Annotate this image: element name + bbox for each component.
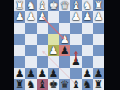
- square-b1[interactable]: ♞: [82, 0, 93, 11]
- piece-white-p-e5[interactable]: ♟: [49, 45, 58, 56]
- square-h6[interactable]: [14, 56, 25, 67]
- square-g7[interactable]: ♟: [25, 68, 36, 79]
- square-a7[interactable]: ♟: [93, 68, 104, 79]
- piece-black-b-f8[interactable]: ♝: [37, 78, 46, 89]
- square-c1[interactable]: ♝: [70, 0, 81, 11]
- piece-black-p-e7[interactable]: ♟: [49, 67, 58, 78]
- square-g6[interactable]: [25, 56, 36, 67]
- piece-white-p-f2[interactable]: ♟: [37, 11, 46, 22]
- piece-black-p-f7[interactable]: ♟: [37, 67, 46, 78]
- square-f2[interactable]: ♟: [37, 11, 48, 22]
- square-f6[interactable]: [37, 56, 48, 67]
- square-g5[interactable]: [25, 45, 36, 56]
- square-c3[interactable]: [70, 23, 81, 34]
- piece-black-n-b8[interactable]: ♞: [82, 78, 91, 89]
- square-d1[interactable]: ♛: [59, 0, 70, 11]
- square-d3[interactable]: [59, 23, 70, 34]
- piece-white-p-a2[interactable]: ♟: [94, 11, 103, 22]
- square-f5[interactable]: [37, 45, 48, 56]
- square-h8[interactable]: ♜: [14, 79, 25, 90]
- square-a6[interactable]: [93, 56, 104, 67]
- square-b8[interactable]: ♞: [82, 79, 93, 90]
- square-b4[interactable]: [82, 34, 93, 45]
- square-g8[interactable]: ♞: [25, 79, 36, 90]
- piece-white-b-f1[interactable]: ♝: [37, 0, 46, 11]
- square-e3[interactable]: [48, 23, 59, 34]
- piece-black-n-g8[interactable]: ♞: [26, 78, 35, 89]
- square-f8[interactable]: ♝: [37, 79, 48, 90]
- chess-board[interactable]: ♜♞♝♚♛♝♞♜♟♟♟♟♟♟♟♟♟♟♟♟♟♟♟♟♜♞♝♚♛♝♞♜: [14, 0, 104, 90]
- piece-white-p-b2[interactable]: ♟: [82, 11, 91, 22]
- square-a2[interactable]: ♟: [93, 11, 104, 22]
- square-e6[interactable]: [48, 56, 59, 67]
- square-g3[interactable]: [25, 23, 36, 34]
- square-g4[interactable]: [25, 34, 36, 45]
- square-d8[interactable]: ♛: [59, 79, 70, 90]
- app-screen: ♜♞♝♚♛♝♞♜♟♟♟♟♟♟♟♟♟♟♟♟♟♟♟♟♜♞♝♚♛♝♞♜: [0, 0, 120, 90]
- square-f7[interactable]: ♟: [37, 68, 48, 79]
- piece-white-b-c1[interactable]: ♝: [71, 0, 80, 11]
- piece-white-r-h1[interactable]: ♜: [15, 0, 24, 11]
- piece-white-r-a1[interactable]: ♜: [94, 0, 103, 11]
- square-d4[interactable]: ♟: [59, 34, 70, 45]
- piece-white-n-g1[interactable]: ♞: [26, 0, 35, 11]
- square-c2[interactable]: ♟: [70, 11, 81, 22]
- square-a8[interactable]: ♜: [93, 79, 104, 90]
- piece-white-n-b1[interactable]: ♞: [82, 0, 91, 11]
- piece-white-k-e1[interactable]: ♚: [49, 0, 58, 11]
- piece-white-p-g2[interactable]: ♟: [26, 11, 35, 22]
- right-letterbox-bar: [104, 0, 120, 90]
- square-b6[interactable]: [82, 56, 93, 67]
- square-f4[interactable]: [37, 34, 48, 45]
- piece-black-p-d5[interactable]: ♟: [60, 45, 69, 56]
- square-e8[interactable]: ♚: [48, 79, 59, 90]
- square-c7[interactable]: [70, 68, 81, 79]
- square-h1[interactable]: ♜: [14, 0, 25, 11]
- piece-black-p-h7[interactable]: ♟: [15, 67, 24, 78]
- left-letterbox-bar: [0, 0, 14, 90]
- piece-black-k-e8[interactable]: ♚: [49, 78, 58, 89]
- square-b3[interactable]: [82, 23, 93, 34]
- square-a4[interactable]: [93, 34, 104, 45]
- square-h5[interactable]: [14, 45, 25, 56]
- square-g2[interactable]: ♟: [25, 11, 36, 22]
- square-c6[interactable]: ♟: [70, 56, 81, 67]
- piece-black-r-a8[interactable]: ♜: [94, 78, 103, 89]
- piece-black-b-c8[interactable]: ♝: [71, 78, 80, 89]
- square-b2[interactable]: ♟: [82, 11, 93, 22]
- square-d6[interactable]: [59, 56, 70, 67]
- piece-black-q-d8[interactable]: ♛: [60, 78, 69, 89]
- piece-white-p-c2[interactable]: ♟: [71, 11, 80, 22]
- piece-black-p-g7[interactable]: ♟: [26, 67, 35, 78]
- piece-black-p-a7[interactable]: ♟: [94, 67, 103, 78]
- square-e4[interactable]: [48, 34, 59, 45]
- square-c5[interactable]: [70, 45, 81, 56]
- square-d5[interactable]: ♟: [59, 45, 70, 56]
- square-h3[interactable]: [14, 23, 25, 34]
- square-g1[interactable]: ♞: [25, 0, 36, 11]
- square-e5[interactable]: ♟: [48, 45, 59, 56]
- square-a5[interactable]: [93, 45, 104, 56]
- square-b5[interactable]: [82, 45, 93, 56]
- piece-black-p-c6[interactable]: ♟: [71, 56, 80, 67]
- square-h7[interactable]: ♟: [14, 68, 25, 79]
- square-e1[interactable]: ♚: [48, 0, 59, 11]
- square-c8[interactable]: ♝: [70, 79, 81, 90]
- square-a1[interactable]: ♜: [93, 0, 104, 11]
- piece-white-p-h2[interactable]: ♟: [15, 11, 24, 22]
- piece-black-p-b7[interactable]: ♟: [82, 67, 91, 78]
- square-e7[interactable]: ♟: [48, 68, 59, 79]
- square-b7[interactable]: ♟: [82, 68, 93, 79]
- square-d2[interactable]: [59, 11, 70, 22]
- piece-white-p-d4[interactable]: ♟: [60, 33, 69, 44]
- piece-white-q-d1[interactable]: ♛: [60, 0, 69, 11]
- square-d7[interactable]: [59, 68, 70, 79]
- square-f3[interactable]: [37, 23, 48, 34]
- square-a3[interactable]: [93, 23, 104, 34]
- piece-black-r-h8[interactable]: ♜: [15, 78, 24, 89]
- square-f1[interactable]: ♝: [37, 0, 48, 11]
- square-h4[interactable]: [14, 34, 25, 45]
- square-c4[interactable]: [70, 34, 81, 45]
- square-h2[interactable]: ♟: [14, 11, 25, 22]
- square-e2[interactable]: [48, 11, 59, 22]
